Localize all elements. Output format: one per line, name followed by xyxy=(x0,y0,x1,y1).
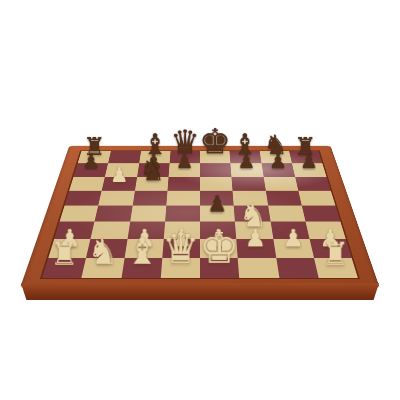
chess-set-photo: ♜♝♛♚♝♞♜♟♟♟♟♟♟♞♟♟♞♟♟♟♟♟♟♟♜♞♝♛♚♜ xyxy=(0,0,400,400)
white-rook-glyph: ♜ xyxy=(321,238,349,270)
black-pawn-glyph: ♟ xyxy=(207,193,227,215)
board-frame-front-face xyxy=(21,283,379,300)
black-king-glyph: ♚ xyxy=(199,124,231,159)
black-pawn-glyph: ♟ xyxy=(238,151,256,171)
chess-board: ♜♝♛♚♝♞♜♟♟♟♟♟♟♞♟♟♞♟♟♟♟♟♟♟♜♞♝♛♚♜ xyxy=(20,146,380,288)
black-pawn-glyph: ♟ xyxy=(82,151,100,171)
white-pawn-glyph: ♟ xyxy=(110,164,129,185)
white-pawn-glyph: ♟ xyxy=(282,226,304,250)
black-pawn-glyph: ♟ xyxy=(300,151,318,171)
black-pawn-glyph: ♟ xyxy=(175,151,193,171)
white-knight-glyph: ♞ xyxy=(88,235,119,270)
white-pawn-glyph: ♟ xyxy=(245,226,267,250)
black-pawn-glyph: ♟ xyxy=(269,151,287,171)
white-king-glyph: ♚ xyxy=(199,224,239,269)
white-bishop-glyph: ♝ xyxy=(126,233,159,270)
pieces-layer: ♜♝♛♚♝♞♜♟♟♟♟♟♟♞♟♟♞♟♟♟♟♟♟♟♜♞♝♛♚♜ xyxy=(42,151,358,278)
white-rook-glyph: ♜ xyxy=(50,238,78,270)
black-knight-glyph: ♞ xyxy=(139,156,165,185)
white-queen-glyph: ♛ xyxy=(162,227,200,269)
